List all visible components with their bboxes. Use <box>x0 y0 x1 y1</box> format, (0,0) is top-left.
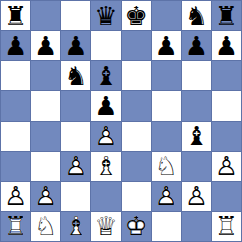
piece-outline: ♙ <box>94 122 117 151</box>
piece-outline: ♘ <box>155 152 178 181</box>
square-a4[interactable] <box>1 122 30 151</box>
white-bishop[interactable]: ♝♗ <box>64 213 87 239</box>
black-king[interactable]: ♚ <box>124 3 147 29</box>
square-c1[interactable]: ♝♗ <box>61 212 90 241</box>
black-bishop[interactable]: ♝ <box>94 63 117 89</box>
black-pawn[interactable]: ♟ <box>215 33 238 59</box>
white-king[interactable]: ♚♔ <box>124 213 147 239</box>
piece-outline: ♙ <box>155 182 178 211</box>
square-d6[interactable]: ♝ <box>91 61 120 90</box>
square-e2[interactable] <box>122 182 151 211</box>
square-a6[interactable] <box>1 61 30 90</box>
square-b7[interactable]: ♟ <box>31 31 60 60</box>
square-d7[interactable] <box>91 31 120 60</box>
square-g2[interactable]: ♟♙ <box>182 182 211 211</box>
square-d2[interactable] <box>91 182 120 211</box>
square-f4[interactable] <box>152 122 181 151</box>
piece-outline: ♕ <box>94 212 117 241</box>
white-queen[interactable]: ♛♕ <box>94 213 117 239</box>
square-b1[interactable]: ♞♘ <box>31 212 60 241</box>
black-pawn[interactable]: ♟ <box>155 33 178 59</box>
square-a5[interactable] <box>1 91 30 120</box>
black-knight[interactable]: ♞ <box>64 63 87 89</box>
black-pawn[interactable]: ♟ <box>64 33 87 59</box>
square-f8[interactable] <box>152 1 181 30</box>
square-h7[interactable]: ♟ <box>212 31 241 60</box>
piece-outline: ♗ <box>64 212 87 241</box>
white-pawn[interactable]: ♟♙ <box>215 153 238 179</box>
square-b4[interactable] <box>31 122 60 151</box>
square-d1[interactable]: ♛♕ <box>91 212 120 241</box>
square-a8[interactable]: ♜ <box>1 1 30 30</box>
square-c4[interactable] <box>61 122 90 151</box>
white-pawn[interactable]: ♟♙ <box>64 153 87 179</box>
black-pawn[interactable]: ♟ <box>94 93 117 119</box>
piece-outline: ♖ <box>4 212 27 241</box>
square-c3[interactable]: ♟♙ <box>61 152 90 181</box>
square-c7[interactable]: ♟ <box>61 31 90 60</box>
square-a2[interactable]: ♟♙ <box>1 182 30 211</box>
piece-outline: ♙ <box>215 152 238 181</box>
square-e4[interactable] <box>122 122 151 151</box>
square-d8[interactable]: ♛ <box>91 1 120 30</box>
white-rook[interactable]: ♜♖ <box>215 213 238 239</box>
square-b2[interactable]: ♟♙ <box>31 182 60 211</box>
black-pawn[interactable]: ♟ <box>34 33 57 59</box>
square-f5[interactable] <box>152 91 181 120</box>
white-rook[interactable]: ♜♖ <box>4 213 27 239</box>
white-bishop[interactable]: ♝♗ <box>94 153 117 179</box>
square-g6[interactable] <box>182 61 211 90</box>
square-d5[interactable]: ♟ <box>91 91 120 120</box>
square-c8[interactable] <box>61 1 90 30</box>
square-a1[interactable]: ♜♖ <box>1 212 30 241</box>
square-d3[interactable]: ♝♗ <box>91 152 120 181</box>
square-h1[interactable]: ♜♖ <box>212 212 241 241</box>
piece-outline: ♗ <box>94 152 117 181</box>
square-b8[interactable] <box>31 1 60 30</box>
black-knight[interactable]: ♞ <box>185 3 208 29</box>
white-pawn[interactable]: ♟♙ <box>34 183 57 209</box>
black-rook[interactable]: ♜ <box>4 3 27 29</box>
square-c5[interactable] <box>61 91 90 120</box>
white-knight[interactable]: ♞♘ <box>155 153 178 179</box>
white-pawn[interactable]: ♟♙ <box>4 183 27 209</box>
square-d4[interactable]: ♟♙ <box>91 122 120 151</box>
square-f2[interactable]: ♟♙ <box>152 182 181 211</box>
piece-outline: ♘ <box>34 212 57 241</box>
square-h4[interactable] <box>212 122 241 151</box>
square-h3[interactable]: ♟♙ <box>212 152 241 181</box>
black-pawn[interactable]: ♟ <box>185 33 208 59</box>
square-a7[interactable]: ♟ <box>1 31 30 60</box>
square-a3[interactable] <box>1 152 30 181</box>
square-h5[interactable] <box>212 91 241 120</box>
square-h6[interactable] <box>212 61 241 90</box>
white-pawn[interactable]: ♟♙ <box>155 183 178 209</box>
chess-board: ♜♛♚♞♜♟♟♟♟♟♟♞♝♟♟♙♝♟♙♝♗♞♘♟♙♟♙♟♙♟♙♟♙♜♖♞♘♝♗♛… <box>0 0 242 242</box>
piece-outline: ♖ <box>215 212 238 241</box>
piece-outline: ♙ <box>185 182 208 211</box>
black-queen[interactable]: ♛ <box>94 3 117 29</box>
square-g8[interactable]: ♞ <box>182 1 211 30</box>
square-g1[interactable] <box>182 212 211 241</box>
piece-outline: ♙ <box>34 182 57 211</box>
square-e7[interactable] <box>122 31 151 60</box>
square-h2[interactable] <box>212 182 241 211</box>
square-g5[interactable] <box>182 91 211 120</box>
square-h8[interactable]: ♜ <box>212 1 241 30</box>
square-b6[interactable] <box>31 61 60 90</box>
square-f1[interactable] <box>152 212 181 241</box>
square-e5[interactable] <box>122 91 151 120</box>
square-e3[interactable] <box>122 152 151 181</box>
black-bishop[interactable]: ♝ <box>185 123 208 149</box>
square-c2[interactable] <box>61 182 90 211</box>
square-e8[interactable]: ♚ <box>122 1 151 30</box>
square-f3[interactable]: ♞♘ <box>152 152 181 181</box>
square-f7[interactable]: ♟ <box>152 31 181 60</box>
piece-outline: ♔ <box>124 212 147 241</box>
square-g4[interactable]: ♝ <box>182 122 211 151</box>
square-g3[interactable] <box>182 152 211 181</box>
black-rook[interactable]: ♜ <box>215 3 238 29</box>
square-c6[interactable]: ♞ <box>61 61 90 90</box>
piece-outline: ♙ <box>64 152 87 181</box>
square-g7[interactable]: ♟ <box>182 31 211 60</box>
square-b5[interactable] <box>31 91 60 120</box>
square-e1[interactable]: ♚♔ <box>122 212 151 241</box>
square-e6[interactable] <box>122 61 151 90</box>
white-pawn[interactable]: ♟♙ <box>94 123 117 149</box>
white-knight[interactable]: ♞♘ <box>34 213 57 239</box>
piece-outline: ♙ <box>4 182 27 211</box>
square-b3[interactable] <box>31 152 60 181</box>
black-pawn[interactable]: ♟ <box>4 33 27 59</box>
square-f6[interactable] <box>152 61 181 90</box>
white-pawn[interactable]: ♟♙ <box>185 183 208 209</box>
